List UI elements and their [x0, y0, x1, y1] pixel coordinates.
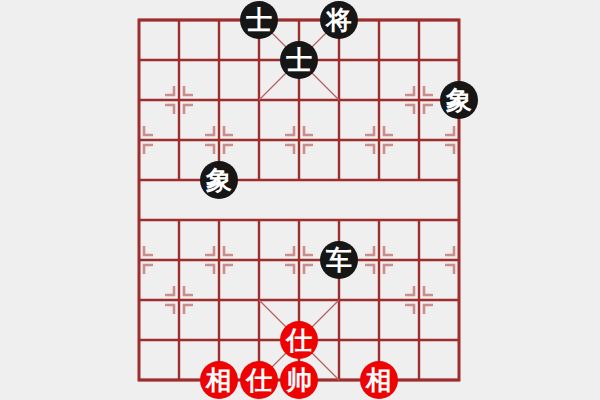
black-chariot[interactable]: 车 — [320, 241, 358, 279]
black-king[interactable]: 将 — [320, 1, 358, 39]
xiangqi-board: 士将士象象车仕相仕帅相 — [0, 0, 600, 400]
red-advisor-1[interactable]: 仕 — [280, 321, 318, 359]
red-king[interactable]: 帅 — [280, 361, 318, 399]
black-advisor-1[interactable]: 士 — [240, 1, 278, 39]
black-elephant-1[interactable]: 象 — [440, 81, 478, 119]
black-elephant-2[interactable]: 象 — [200, 161, 238, 199]
piece-layer: 士将士象象车仕相仕帅相 — [119, 0, 479, 400]
black-advisor-2[interactable]: 士 — [280, 41, 318, 79]
red-advisor-2[interactable]: 仕 — [240, 361, 278, 399]
red-elephant-1[interactable]: 相 — [200, 361, 238, 399]
red-elephant-2[interactable]: 相 — [360, 361, 398, 399]
